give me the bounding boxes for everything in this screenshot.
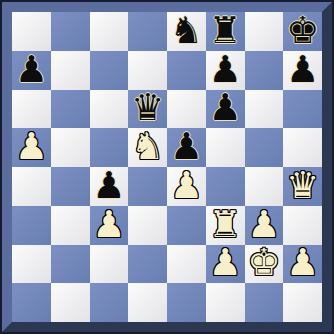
square-b1[interactable]	[51, 283, 90, 322]
square-e3[interactable]	[167, 206, 206, 245]
square-b3[interactable]	[51, 206, 90, 245]
square-b7[interactable]	[51, 51, 90, 90]
square-f3[interactable]: ♜	[206, 206, 245, 245]
white-pawn-piece-h2[interactable]: ♟	[286, 244, 319, 281]
chess-board: ♞♜♚♟♟♟♛♟♟♞♟♟♟♛♟♜♟♟♚♟	[12, 12, 322, 322]
square-g4[interactable]	[245, 167, 284, 206]
black-pawn-piece-a7[interactable]: ♟	[15, 51, 48, 88]
square-f8[interactable]: ♜	[206, 12, 245, 51]
black-king-piece-h8[interactable]: ♚	[286, 12, 319, 49]
square-b8[interactable]	[51, 12, 90, 51]
square-h1[interactable]	[283, 283, 322, 322]
square-d6[interactable]: ♛	[128, 90, 167, 129]
square-d4[interactable]	[128, 167, 167, 206]
square-f1[interactable]	[206, 283, 245, 322]
square-h6[interactable]	[283, 90, 322, 129]
square-f5[interactable]	[206, 128, 245, 167]
black-queen-piece-d6[interactable]: ♛	[131, 89, 164, 126]
square-g5[interactable]	[245, 128, 284, 167]
square-g8[interactable]	[245, 12, 284, 51]
square-e7[interactable]	[167, 51, 206, 90]
square-h7[interactable]: ♟	[283, 51, 322, 90]
square-d3[interactable]	[128, 206, 167, 245]
square-g3[interactable]: ♟	[245, 206, 284, 245]
square-d8[interactable]	[128, 12, 167, 51]
white-pawn-piece-f2[interactable]: ♟	[209, 244, 242, 281]
square-g6[interactable]	[245, 90, 284, 129]
white-rook-piece-f3[interactable]: ♜	[209, 206, 242, 243]
square-e5[interactable]: ♟	[167, 128, 206, 167]
white-pawn-piece-c3[interactable]: ♟	[92, 206, 125, 243]
board-outer-frame: ♞♜♚♟♟♟♛♟♟♞♟♟♟♛♟♜♟♟♚♟	[0, 0, 334, 334]
square-c6[interactable]	[90, 90, 129, 129]
black-pawn-piece-f6[interactable]: ♟	[209, 89, 242, 126]
square-c5[interactable]	[90, 128, 129, 167]
square-e6[interactable]	[167, 90, 206, 129]
black-pawn-piece-h7[interactable]: ♟	[286, 51, 319, 88]
white-pawn-piece-a5[interactable]: ♟	[15, 128, 48, 165]
square-a7[interactable]: ♟	[12, 51, 51, 90]
square-g1[interactable]	[245, 283, 284, 322]
black-pawn-piece-f7[interactable]: ♟	[209, 51, 242, 88]
square-e4[interactable]: ♟	[167, 167, 206, 206]
square-a8[interactable]	[12, 12, 51, 51]
square-e2[interactable]	[167, 245, 206, 284]
square-c8[interactable]	[90, 12, 129, 51]
square-b5[interactable]	[51, 128, 90, 167]
square-c4[interactable]: ♟	[90, 167, 129, 206]
square-f6[interactable]: ♟	[206, 90, 245, 129]
square-a3[interactable]	[12, 206, 51, 245]
square-d2[interactable]	[128, 245, 167, 284]
white-king-piece-g2[interactable]: ♚	[247, 244, 280, 281]
square-b6[interactable]	[51, 90, 90, 129]
black-pawn-piece-c4[interactable]: ♟	[92, 167, 125, 204]
square-h3[interactable]	[283, 206, 322, 245]
square-a5[interactable]: ♟	[12, 128, 51, 167]
black-rook-piece-f8[interactable]: ♜	[209, 12, 242, 49]
square-d7[interactable]	[128, 51, 167, 90]
square-b2[interactable]	[51, 245, 90, 284]
square-h5[interactable]	[283, 128, 322, 167]
square-f4[interactable]	[206, 167, 245, 206]
square-h4[interactable]: ♛	[283, 167, 322, 206]
white-pawn-piece-g3[interactable]: ♟	[247, 206, 280, 243]
square-c7[interactable]	[90, 51, 129, 90]
square-c1[interactable]	[90, 283, 129, 322]
square-f7[interactable]: ♟	[206, 51, 245, 90]
square-a4[interactable]	[12, 167, 51, 206]
square-g2[interactable]: ♚	[245, 245, 284, 284]
square-a2[interactable]	[12, 245, 51, 284]
square-a6[interactable]	[12, 90, 51, 129]
white-pawn-piece-e4[interactable]: ♟	[170, 167, 203, 204]
white-queen-piece-h4[interactable]: ♛	[286, 167, 319, 204]
square-e1[interactable]	[167, 283, 206, 322]
square-e8[interactable]: ♞	[167, 12, 206, 51]
square-a1[interactable]	[12, 283, 51, 322]
square-h2[interactable]: ♟	[283, 245, 322, 284]
square-h8[interactable]: ♚	[283, 12, 322, 51]
white-knight-piece-d5[interactable]: ♞	[131, 128, 164, 165]
black-pawn-piece-e5[interactable]: ♟	[170, 128, 203, 165]
board-bevel-frame: ♞♜♚♟♟♟♛♟♟♞♟♟♟♛♟♜♟♟♚♟	[2, 2, 332, 332]
square-g7[interactable]	[245, 51, 284, 90]
square-d1[interactable]	[128, 283, 167, 322]
square-b4[interactable]	[51, 167, 90, 206]
square-c2[interactable]	[90, 245, 129, 284]
square-f2[interactable]: ♟	[206, 245, 245, 284]
square-c3[interactable]: ♟	[90, 206, 129, 245]
black-knight-piece-e8[interactable]: ♞	[170, 12, 203, 49]
square-d5[interactable]: ♞	[128, 128, 167, 167]
